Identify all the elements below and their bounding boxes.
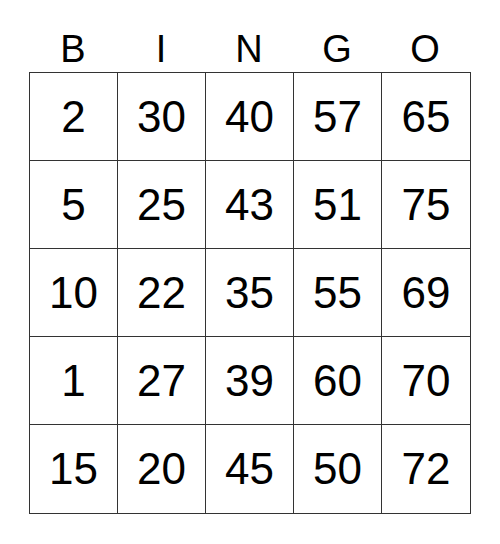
header-letter-o: O bbox=[381, 30, 469, 72]
bingo-cell-r0c3[interactable]: 57 bbox=[294, 73, 382, 161]
bingo-cell-r0c4[interactable]: 65 bbox=[382, 73, 470, 161]
bingo-cell-r4c0[interactable]: 15 bbox=[30, 425, 118, 513]
bingo-cell-r2c3[interactable]: 55 bbox=[294, 249, 382, 337]
bingo-cell-r4c2[interactable]: 45 bbox=[206, 425, 294, 513]
header-letter-n: N bbox=[205, 30, 293, 72]
bingo-cell-r0c2[interactable]: 40 bbox=[206, 73, 294, 161]
bingo-cell-r4c4[interactable]: 72 bbox=[382, 425, 470, 513]
bingo-cell-r3c2[interactable]: 39 bbox=[206, 337, 294, 425]
bingo-cell-r4c3[interactable]: 50 bbox=[294, 425, 382, 513]
bingo-cell-r3c4[interactable]: 70 bbox=[382, 337, 470, 425]
bingo-cell-r2c4[interactable]: 69 bbox=[382, 249, 470, 337]
bingo-cell-r4c1[interactable]: 20 bbox=[118, 425, 206, 513]
bingo-cell-r0c0[interactable]: 2 bbox=[30, 73, 118, 161]
bingo-card: B I N G O 2 30 40 57 65 5 25 43 51 75 10… bbox=[29, 0, 471, 514]
bingo-cell-r3c0[interactable]: 1 bbox=[30, 337, 118, 425]
bingo-cell-r2c0[interactable]: 10 bbox=[30, 249, 118, 337]
header-letter-b: B bbox=[29, 30, 117, 72]
bingo-cell-r1c4[interactable]: 75 bbox=[382, 161, 470, 249]
bingo-board: 2 30 40 57 65 5 25 43 51 75 10 22 35 55 … bbox=[29, 72, 471, 514]
bingo-cell-r1c1[interactable]: 25 bbox=[118, 161, 206, 249]
bingo-cell-r3c3[interactable]: 60 bbox=[294, 337, 382, 425]
bingo-cell-r3c1[interactable]: 27 bbox=[118, 337, 206, 425]
header-letter-g: G bbox=[293, 30, 381, 72]
bingo-cell-r2c2[interactable]: 35 bbox=[206, 249, 294, 337]
bingo-cell-r2c1[interactable]: 22 bbox=[118, 249, 206, 337]
bingo-cell-r0c1[interactable]: 30 bbox=[118, 73, 206, 161]
bingo-cell-r1c2[interactable]: 43 bbox=[206, 161, 294, 249]
bingo-cell-r1c0[interactable]: 5 bbox=[30, 161, 118, 249]
bingo-cell-r1c3[interactable]: 51 bbox=[294, 161, 382, 249]
header-letter-i: I bbox=[117, 30, 205, 72]
bingo-header: B I N G O bbox=[29, 0, 471, 72]
